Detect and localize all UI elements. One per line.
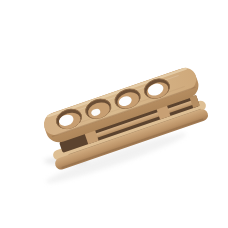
product-photo xyxy=(0,0,228,228)
wooden-rack-svg xyxy=(0,0,228,228)
